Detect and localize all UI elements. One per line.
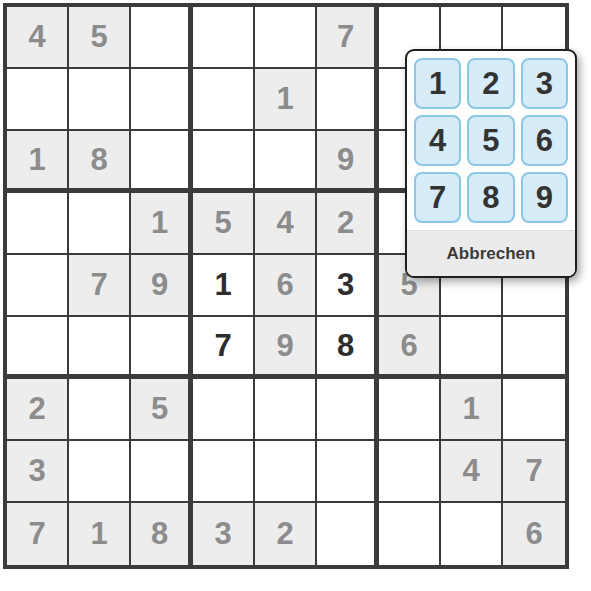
cell-r2c3[interactable] — [131, 69, 193, 131]
cell-r9c6[interactable] — [317, 503, 379, 565]
cell-r4c5[interactable]: 4 — [255, 193, 317, 255]
cell-r7c2[interactable] — [69, 379, 131, 441]
cell-r4c4[interactable]: 5 — [193, 193, 255, 255]
numpad-button-5[interactable]: 5 — [467, 115, 514, 166]
cell-r2c2[interactable] — [69, 69, 131, 131]
cell-r1c5[interactable] — [255, 7, 317, 69]
cell-r3c5[interactable] — [255, 131, 317, 193]
cell-r7c5[interactable] — [255, 379, 317, 441]
cell-r8c5[interactable] — [255, 441, 317, 503]
cell-r9c1[interactable]: 7 — [7, 503, 69, 565]
cell-r2c5[interactable]: 1 — [255, 69, 317, 131]
cancel-button[interactable]: Abbrechen — [407, 230, 575, 276]
cell-r8c4[interactable] — [193, 441, 255, 503]
cell-r6c7[interactable]: 6 — [379, 317, 441, 379]
cell-r9c2[interactable]: 1 — [69, 503, 131, 565]
cell-r8c6[interactable] — [317, 441, 379, 503]
cell-r9c4[interactable]: 3 — [193, 503, 255, 565]
cell-r3c6[interactable]: 9 — [317, 131, 379, 193]
cell-r8c2[interactable] — [69, 441, 131, 503]
cell-r1c2[interactable]: 5 — [69, 7, 131, 69]
cell-r6c2[interactable] — [69, 317, 131, 379]
numpad-button-2[interactable]: 2 — [467, 58, 514, 109]
cell-r7c4[interactable] — [193, 379, 255, 441]
cell-r9c8[interactable] — [441, 503, 503, 565]
cell-r7c9[interactable] — [503, 379, 565, 441]
numpad-button-6[interactable]: 6 — [521, 115, 568, 166]
cell-r5c5[interactable]: 6 — [255, 255, 317, 317]
cell-r7c3[interactable]: 5 — [131, 379, 193, 441]
number-picker-popup: 123456789 Abbrechen — [405, 49, 577, 278]
numpad-button-7[interactable]: 7 — [414, 172, 461, 223]
cell-r8c7[interactable] — [379, 441, 441, 503]
cell-r8c8[interactable]: 4 — [441, 441, 503, 503]
cell-r8c9[interactable]: 7 — [503, 441, 565, 503]
cell-r1c1[interactable]: 4 — [7, 7, 69, 69]
cell-r7c6[interactable] — [317, 379, 379, 441]
cell-r1c4[interactable] — [193, 7, 255, 69]
cell-r1c3[interactable] — [131, 7, 193, 69]
cell-r6c6[interactable]: 8 — [317, 317, 379, 379]
numpad-button-3[interactable]: 3 — [521, 58, 568, 109]
cell-r2c6[interactable] — [317, 69, 379, 131]
cell-r2c1[interactable] — [7, 69, 69, 131]
cell-r9c3[interactable]: 8 — [131, 503, 193, 565]
cell-r6c9[interactable] — [503, 317, 565, 379]
cell-r7c7[interactable] — [379, 379, 441, 441]
cell-r6c4[interactable]: 7 — [193, 317, 255, 379]
sudoku-app: 457118915427916357986251347718326 123456… — [0, 0, 591, 591]
numpad-button-4[interactable]: 4 — [414, 115, 461, 166]
numpad-button-1[interactable]: 1 — [414, 58, 461, 109]
cell-r6c3[interactable] — [131, 317, 193, 379]
cell-r8c1[interactable]: 3 — [7, 441, 69, 503]
cell-r2c4[interactable] — [193, 69, 255, 131]
cell-r1c6[interactable]: 7 — [317, 7, 379, 69]
numpad: 123456789 — [407, 51, 575, 230]
numpad-button-9[interactable]: 9 — [521, 172, 568, 223]
cell-r5c4[interactable]: 1 — [193, 255, 255, 317]
cell-r6c1[interactable] — [7, 317, 69, 379]
cell-r9c9[interactable]: 6 — [503, 503, 565, 565]
cell-r4c6[interactable]: 2 — [317, 193, 379, 255]
cell-r3c1[interactable]: 1 — [7, 131, 69, 193]
cell-r8c3[interactable] — [131, 441, 193, 503]
cell-r3c4[interactable] — [193, 131, 255, 193]
cell-r5c6[interactable]: 3 — [317, 255, 379, 317]
cell-r4c2[interactable] — [69, 193, 131, 255]
cell-r7c1[interactable]: 2 — [7, 379, 69, 441]
cell-r3c3[interactable] — [131, 131, 193, 193]
cell-r9c7[interactable] — [379, 503, 441, 565]
numpad-button-8[interactable]: 8 — [467, 172, 514, 223]
cell-r6c8[interactable] — [441, 317, 503, 379]
cell-r5c2[interactable]: 7 — [69, 255, 131, 317]
cell-r4c3[interactable]: 1 — [131, 193, 193, 255]
cell-r5c3[interactable]: 9 — [131, 255, 193, 317]
cell-r4c1[interactable] — [7, 193, 69, 255]
cell-r6c5[interactable]: 9 — [255, 317, 317, 379]
cell-r9c5[interactable]: 2 — [255, 503, 317, 565]
cell-r3c2[interactable]: 8 — [69, 131, 131, 193]
cell-r7c8[interactable]: 1 — [441, 379, 503, 441]
cell-r5c1[interactable] — [7, 255, 69, 317]
